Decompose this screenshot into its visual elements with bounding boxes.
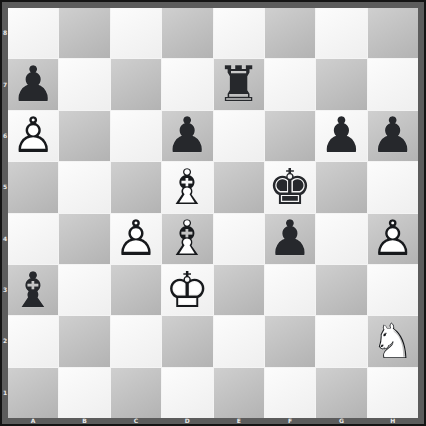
square-g7[interactable] <box>316 59 366 109</box>
square-c4[interactable]: ♟♙ <box>111 214 161 264</box>
black-pawn-piece[interactable]: ♟ <box>316 111 366 161</box>
square-c8[interactable] <box>111 8 161 58</box>
square-d2[interactable] <box>162 316 212 366</box>
square-e6[interactable] <box>214 111 264 161</box>
square-d8[interactable] <box>162 8 212 58</box>
square-c2[interactable] <box>111 316 161 366</box>
file-label-g: G <box>339 418 344 424</box>
file-label-a: A <box>31 418 36 424</box>
square-h8[interactable] <box>368 8 418 58</box>
piece-glyph: ♟ <box>8 59 58 109</box>
square-c5[interactable] <box>111 162 161 212</box>
white-pawn-piece[interactable]: ♟♙ <box>8 111 58 161</box>
square-a6[interactable]: ♟♙ <box>8 111 58 161</box>
piece-glyph: ♝ <box>8 265 58 315</box>
square-f3[interactable] <box>265 265 315 315</box>
square-a3[interactable]: ♝ <box>8 265 58 315</box>
black-pawn-piece[interactable]: ♟ <box>162 111 212 161</box>
chessboard-frame: 87654321 ABCDEFGH ♟♜♟♙♟♟♟♝♗♚♟♙♝♗♟♟♙♝♚♔♞♘ <box>0 0 426 426</box>
square-c1[interactable] <box>111 368 161 418</box>
file-label-b: B <box>82 418 87 424</box>
piece-glyph: ♜ <box>214 59 264 109</box>
square-e2[interactable] <box>214 316 264 366</box>
square-g8[interactable] <box>316 8 366 58</box>
black-rook-piece[interactable]: ♜ <box>214 59 264 109</box>
square-b2[interactable] <box>59 316 109 366</box>
black-bishop-piece[interactable]: ♝ <box>8 265 58 315</box>
square-b6[interactable] <box>59 111 109 161</box>
piece-glyph: ♟ <box>265 214 315 264</box>
square-b3[interactable] <box>59 265 109 315</box>
square-g5[interactable] <box>316 162 366 212</box>
square-e3[interactable] <box>214 265 264 315</box>
square-f4[interactable]: ♟ <box>265 214 315 264</box>
white-pawn-piece[interactable]: ♟♙ <box>111 214 161 264</box>
piece-outline-layer: ♔ <box>162 265 212 315</box>
piece-outline-layer: ♙ <box>111 214 161 264</box>
black-pawn-piece[interactable]: ♟ <box>8 59 58 109</box>
square-f5[interactable]: ♚ <box>265 162 315 212</box>
square-d5[interactable]: ♝♗ <box>162 162 212 212</box>
square-e8[interactable] <box>214 8 264 58</box>
white-king-piece[interactable]: ♚♔ <box>162 265 212 315</box>
square-d3[interactable]: ♚♔ <box>162 265 212 315</box>
square-b7[interactable] <box>59 59 109 109</box>
piece-glyph: ♚ <box>265 162 315 212</box>
file-label-d: D <box>185 418 190 424</box>
square-a5[interactable] <box>8 162 58 212</box>
square-f2[interactable] <box>265 316 315 366</box>
square-b8[interactable] <box>59 8 109 58</box>
square-a2[interactable] <box>8 316 58 366</box>
square-d7[interactable] <box>162 59 212 109</box>
black-king-piece[interactable]: ♚ <box>265 162 315 212</box>
square-d1[interactable] <box>162 368 212 418</box>
square-f1[interactable] <box>265 368 315 418</box>
square-d6[interactable]: ♟ <box>162 111 212 161</box>
square-b5[interactable] <box>59 162 109 212</box>
square-h4[interactable]: ♟♙ <box>368 214 418 264</box>
piece-glyph: ♟ <box>368 111 418 161</box>
file-label-c: C <box>134 418 138 424</box>
square-f7[interactable] <box>265 59 315 109</box>
piece-outline-layer: ♙ <box>8 111 58 161</box>
square-a8[interactable] <box>8 8 58 58</box>
square-h3[interactable] <box>368 265 418 315</box>
square-a1[interactable] <box>8 368 58 418</box>
square-c6[interactable] <box>111 111 161 161</box>
square-e4[interactable] <box>214 214 264 264</box>
piece-outline-layer: ♙ <box>368 214 418 264</box>
square-g3[interactable] <box>316 265 366 315</box>
square-g6[interactable]: ♟ <box>316 111 366 161</box>
square-f6[interactable] <box>265 111 315 161</box>
square-g1[interactable] <box>316 368 366 418</box>
square-a7[interactable]: ♟ <box>8 59 58 109</box>
square-b1[interactable] <box>59 368 109 418</box>
white-bishop-piece[interactable]: ♝♗ <box>162 162 212 212</box>
square-e1[interactable] <box>214 368 264 418</box>
square-h2[interactable]: ♞♘ <box>368 316 418 366</box>
piece-glyph: ♟ <box>162 111 212 161</box>
square-h1[interactable] <box>368 368 418 418</box>
white-knight-piece[interactable]: ♞♘ <box>368 316 418 366</box>
square-d4[interactable]: ♝♗ <box>162 214 212 264</box>
black-pawn-piece[interactable]: ♟ <box>368 111 418 161</box>
piece-outline-layer: ♗ <box>162 162 212 212</box>
white-bishop-piece[interactable]: ♝♗ <box>162 214 212 264</box>
square-g4[interactable] <box>316 214 366 264</box>
file-label-h: H <box>390 418 395 424</box>
square-h7[interactable] <box>368 59 418 109</box>
square-a4[interactable] <box>8 214 58 264</box>
square-b4[interactable] <box>59 214 109 264</box>
file-label-e: E <box>237 418 241 424</box>
piece-outline-layer: ♗ <box>162 214 212 264</box>
square-c3[interactable] <box>111 265 161 315</box>
piece-glyph: ♟ <box>316 111 366 161</box>
square-f8[interactable] <box>265 8 315 58</box>
black-pawn-piece[interactable]: ♟ <box>265 214 315 264</box>
file-label-f: F <box>288 418 292 424</box>
square-e7[interactable]: ♜ <box>214 59 264 109</box>
square-e5[interactable] <box>214 162 264 212</box>
chessboard: ♟♜♟♙♟♟♟♝♗♚♟♙♝♗♟♟♙♝♚♔♞♘ <box>8 8 418 418</box>
square-h6[interactable]: ♟ <box>368 111 418 161</box>
piece-outline-layer: ♘ <box>368 316 418 366</box>
square-h5[interactable] <box>368 162 418 212</box>
square-c7[interactable] <box>111 59 161 109</box>
white-pawn-piece[interactable]: ♟♙ <box>368 214 418 264</box>
square-g2[interactable] <box>316 316 366 366</box>
